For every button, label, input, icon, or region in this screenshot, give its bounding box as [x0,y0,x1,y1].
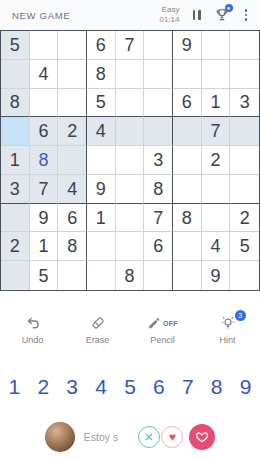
numpad-3[interactable]: 3 [58,367,87,405]
cell-r2c9[interactable] [230,60,259,89]
sudoku-board: 567948856136247183237498961782218645589 [0,30,260,291]
cell-r8c2[interactable]: 1 [30,232,59,261]
menu-button[interactable] [241,7,252,23]
cell-r7c9[interactable]: 2 [230,204,259,233]
cell-r8c7[interactable] [173,232,202,261]
cell-r4c6[interactable] [144,117,173,146]
cell-r7c5[interactable] [116,204,145,233]
heart-icon: ♥ [169,431,176,443]
cell-r4c2[interactable]: 6 [30,117,59,146]
cell-r1c2[interactable] [30,31,59,60]
hint-label: Hint [219,335,235,345]
cell-r1c5[interactable]: 7 [116,31,145,60]
cell-r4c3[interactable]: 2 [58,117,87,146]
cell-r2c6[interactable] [144,60,173,89]
cell-r1c6[interactable] [144,31,173,60]
cell-r7c8[interactable] [202,204,231,233]
cell-r8c8[interactable]: 4 [202,232,231,261]
ad-actions: ♥ [138,424,215,450]
sudoku-app: NEW GAME Easy 01:14 ★ [0,0,260,460]
cell-r2c4[interactable]: 8 [87,60,116,89]
cell-r3c3[interactable] [58,89,87,118]
ad-name: Estoy s [84,431,118,443]
hint-button[interactable]: 3 Hint [195,315,260,345]
cell-r5c6[interactable]: 3 [144,146,173,175]
cell-r4c7[interactable] [173,117,202,146]
pause-icon [193,10,196,20]
cell-r6c6[interactable]: 8 [144,175,173,204]
cell-r6c4[interactable]: 9 [87,175,116,204]
pencil-button[interactable]: OFF Pencil [130,315,195,345]
difficulty-timer: Easy 01:14 [159,5,179,26]
cell-r9c4[interactable] [87,261,116,290]
numpad-6[interactable]: 6 [144,367,173,405]
cell-r2c3[interactable] [58,60,87,89]
cell-r3c7[interactable]: 6 [173,89,202,118]
cell-r6c7[interactable] [173,175,202,204]
timer-value: 01:14 [159,15,179,25]
cell-r7c2[interactable]: 9 [30,204,59,233]
numpad-9[interactable]: 9 [231,367,260,405]
cell-r6c8[interactable] [202,175,231,204]
numpad-4[interactable]: 4 [87,367,116,405]
cell-r5c5[interactable] [116,146,145,175]
hint-count-badge: 3 [235,310,246,321]
cell-r5c2[interactable]: 8 [30,146,59,175]
number-pad: 123456789 [0,367,260,405]
cell-r3c9[interactable]: 3 [230,89,259,118]
cell-r8c9[interactable]: 5 [230,232,259,261]
cell-r3c8[interactable]: 1 [202,89,231,118]
cell-r3c5[interactable] [116,89,145,118]
pause-button[interactable] [191,8,203,22]
eraser-icon [90,315,106,331]
undo-button[interactable]: Undo [0,315,65,345]
cell-r2c1[interactable] [1,60,30,89]
numpad-2[interactable]: 2 [29,367,58,405]
cell-r7c4[interactable]: 1 [87,204,116,233]
cell-r8c4[interactable] [87,232,116,261]
cell-r9c3[interactable] [58,261,87,290]
cell-r8c6[interactable]: 6 [144,232,173,261]
cell-r5c8[interactable]: 2 [202,146,231,175]
cell-r3c6[interactable] [144,89,173,118]
undo-label: Undo [22,335,44,345]
cell-r5c1[interactable]: 1 [1,146,30,175]
pencil-state: OFF [163,320,178,327]
dismiss-button[interactable] [138,426,160,448]
cell-r9c1[interactable] [1,261,30,290]
cell-r2c5[interactable] [116,60,145,89]
cell-r5c4[interactable] [87,146,116,175]
cell-r8c1[interactable]: 2 [1,232,30,261]
difficulty-label: Easy [159,5,179,15]
cell-r4c8[interactable]: 7 [202,117,231,146]
numpad-1[interactable]: 1 [0,367,29,405]
numpad-7[interactable]: 7 [173,367,202,405]
cell-r3c4[interactable]: 5 [87,89,116,118]
cell-r2c7[interactable] [173,60,202,89]
cell-r4c9[interactable] [230,117,259,146]
cell-r9c5[interactable]: 8 [116,261,145,290]
cell-r1c4[interactable]: 6 [87,31,116,60]
numpad-5[interactable]: 5 [116,367,145,405]
heart-smile-icon [193,428,211,446]
trophy-badge: ★ [225,4,233,12]
pencil-icon [147,316,161,330]
numpad-8[interactable]: 8 [202,367,231,405]
cell-r9c2[interactable]: 5 [30,261,59,290]
cell-r1c7[interactable]: 9 [173,31,202,60]
cell-r8c3[interactable]: 8 [58,232,87,261]
cell-r6c9[interactable] [230,175,259,204]
cell-r5c3[interactable] [58,146,87,175]
cell-r1c9[interactable] [230,31,259,60]
trophy-button[interactable]: ★ [214,7,230,23]
hint-icon [220,315,236,331]
cell-r4c4[interactable]: 4 [87,117,116,146]
cell-r7c7[interactable]: 8 [173,204,202,233]
cell-r4c5[interactable] [116,117,145,146]
top-bar-right: Easy 01:14 ★ [159,5,251,26]
cell-r7c6[interactable]: 7 [144,204,173,233]
erase-button[interactable]: Erase [65,315,130,345]
close-icon [144,432,154,442]
cell-r6c3[interactable]: 4 [58,175,87,204]
cell-r1c1[interactable]: 5 [1,31,30,60]
cell-r7c3[interactable]: 6 [58,204,87,233]
cell-r5c9[interactable] [230,146,259,175]
new-game-button[interactable]: NEW GAME [12,10,70,21]
like-button[interactable]: ♥ [161,426,183,448]
ad-app-button[interactable] [189,424,215,450]
cell-r9c7[interactable] [173,261,202,290]
ad-banner[interactable]: Estoy s ♥ [0,415,260,459]
cell-r5c7[interactable] [173,146,202,175]
cell-r1c3[interactable] [58,31,87,60]
pencil-label: Pencil [150,335,175,345]
cell-r3c2[interactable] [30,89,59,118]
cell-r2c8[interactable] [202,60,231,89]
undo-icon [25,315,41,331]
avatar [45,422,75,452]
menu-icon [245,9,248,12]
erase-label: Erase [86,335,110,345]
cell-r4c1[interactable] [1,117,30,146]
cell-r8c5[interactable] [116,232,145,261]
cell-r9c8[interactable]: 9 [202,261,231,290]
cell-r3c1[interactable]: 8 [1,89,30,118]
top-bar: NEW GAME Easy 01:14 ★ [0,0,260,30]
cell-r1c8[interactable] [202,31,231,60]
cell-r6c2[interactable]: 7 [30,175,59,204]
cell-r6c1[interactable]: 3 [1,175,30,204]
toolbar: Undo Erase OFF Pencil [0,291,260,361]
cell-r9c6[interactable] [144,261,173,290]
cell-r2c2[interactable]: 4 [30,60,59,89]
cell-r9c9[interactable] [230,261,259,290]
cell-r7c1[interactable] [1,204,30,233]
cell-r6c5[interactable] [116,175,145,204]
